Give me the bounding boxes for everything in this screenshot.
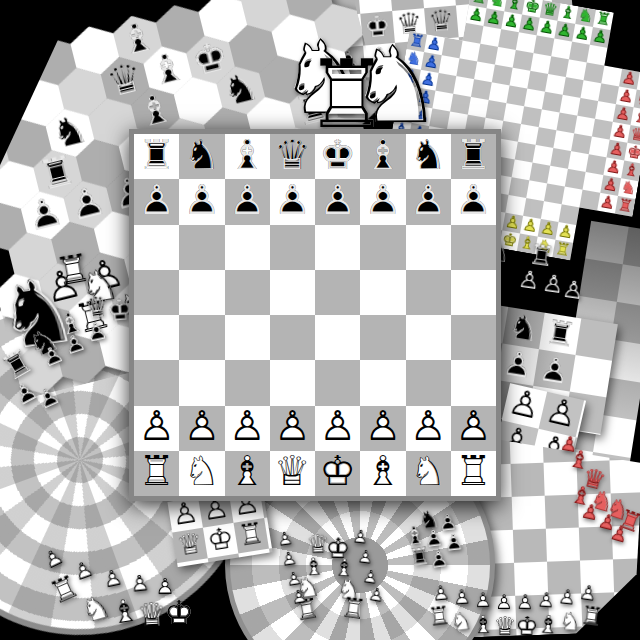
piece-outline-glyph: ♙ — [65, 180, 109, 227]
square-e3[interactable] — [315, 360, 360, 405]
square-c4[interactable] — [225, 315, 270, 360]
square-c7[interactable]: ♟♙ — [225, 179, 270, 224]
decorative-piece-red-r: ♜♖ — [615, 196, 636, 217]
piece-outline-glyph: ♕ — [274, 134, 311, 175]
piece-w-P-b2[interactable]: ♟♙ — [179, 406, 224, 451]
piece-outline-glyph: ♙ — [485, 8, 503, 27]
piece-outline-glyph: ♖ — [236, 518, 266, 551]
piece-w-K-e1[interactable]: ♚♔ — [315, 451, 360, 496]
square-d4[interactable] — [270, 315, 315, 360]
square-b1[interactable]: ♞♘ — [179, 451, 224, 496]
piece-outline-glyph: ♗ — [229, 451, 266, 492]
piece-outline-glyph: ♙ — [522, 216, 540, 235]
square-b3[interactable] — [179, 360, 224, 405]
square-a3[interactable] — [134, 360, 179, 405]
piece-b-B-f8[interactable]: ♝♗ — [360, 134, 405, 179]
piece-b-P-d7[interactable]: ♟♙ — [270, 179, 315, 224]
decorative-piece-b-p: ♟♙ — [533, 349, 575, 391]
piece-outline-glyph: ♙ — [556, 21, 574, 40]
decorative-piece-green-p: ♟♙ — [590, 27, 611, 48]
piece-outline-glyph: ♙ — [504, 213, 522, 232]
square-f8[interactable]: ♝♗ — [360, 134, 405, 179]
piece-outline-glyph: ♖ — [616, 196, 634, 215]
piece-outline-glyph: ♙ — [183, 406, 220, 447]
piece-outline-glyph: ♔ — [319, 134, 356, 175]
square-d5[interactable] — [270, 270, 315, 315]
piece-outline-glyph: ♙ — [319, 180, 356, 221]
piece-outline-glyph: ♖ — [554, 240, 572, 259]
piece-outline-glyph: ♙ — [138, 180, 175, 221]
piece-outline-glyph: ♙ — [557, 222, 575, 241]
piece-outline-glyph: ♗ — [133, 87, 177, 134]
square-d8[interactable]: ♛♕ — [270, 134, 315, 179]
piece-outline-glyph: ♙ — [599, 193, 617, 212]
piece-outline-glyph: ♔ — [363, 12, 391, 43]
square-d3[interactable] — [270, 360, 315, 405]
square-c6[interactable] — [225, 225, 270, 270]
square-e7[interactable]: ♟♙ — [315, 179, 360, 224]
piece-outline-glyph: ♖ — [543, 313, 578, 351]
square-d7[interactable]: ♟♙ — [270, 179, 315, 224]
piece-outline-glyph: ♙ — [538, 18, 556, 37]
square-b4[interactable] — [179, 315, 224, 360]
piece-outline-glyph: ♙ — [319, 406, 356, 447]
piece-w-B-f1[interactable]: ♝♗ — [360, 451, 405, 496]
piece-outline-glyph: ♔ — [501, 230, 519, 249]
piece-outline-glyph: ♙ — [23, 190, 67, 237]
piece-b-P-f7[interactable]: ♟♙ — [360, 179, 405, 224]
piece-outline-glyph: ♘ — [506, 308, 541, 346]
piece-outline-glyph: ♕ — [274, 451, 311, 492]
piece-w-R-h1[interactable]: ♜♖ — [451, 451, 496, 496]
piece-outline-glyph: ♔ — [205, 523, 235, 556]
piece-b-Q-d8[interactable]: ♛♕ — [270, 134, 315, 179]
square-c5[interactable] — [225, 270, 270, 315]
square-h8[interactable]: ♜♖ — [451, 134, 496, 179]
decorative-piece-yellow-r: ♜♖ — [552, 240, 573, 261]
square-g2[interactable]: ♟♙ — [406, 406, 451, 451]
piece-outline-glyph: ♙ — [520, 15, 538, 34]
piece-outline-glyph: ♗ — [364, 451, 401, 492]
piece-outline-glyph: ♕ — [175, 528, 205, 561]
piece-b-P-a7[interactable]: ♟♙ — [134, 179, 179, 224]
piece-outline-glyph: ♘ — [410, 451, 447, 492]
square-g4[interactable] — [406, 315, 451, 360]
decorative-piece-red-p: ♟♙ — [597, 193, 618, 214]
piece-outline-glyph: ♖ — [71, 293, 115, 340]
piece-outline-glyph: ♙ — [410, 180, 447, 221]
piece-w-P-c2[interactable]: ♟♙ — [225, 406, 270, 451]
piece-outline-glyph: ♙ — [467, 5, 485, 24]
square-a4[interactable] — [134, 315, 179, 360]
square-f6[interactable] — [360, 225, 405, 270]
piece-outline-glyph: ♙ — [591, 27, 609, 46]
piece-outline-glyph: ♙ — [410, 406, 447, 447]
piece-outline-glyph: ♙ — [229, 406, 266, 447]
square-e1[interactable]: ♚♔ — [315, 451, 360, 496]
square-e5[interactable] — [315, 270, 360, 315]
square-e8[interactable]: ♚♔ — [315, 134, 360, 179]
piece-outline-glyph: ♙ — [455, 180, 492, 221]
piece-outline-glyph: ♕ — [427, 6, 455, 37]
piece-w-Q-d1[interactable]: ♛♕ — [270, 451, 315, 496]
piece-b-R-a8[interactable]: ♜♖ — [134, 134, 179, 179]
piece-b-R-h8[interactable]: ♜♖ — [451, 134, 496, 179]
piece-outline-glyph: ♙ — [455, 406, 492, 447]
piece-b-N-b8[interactable]: ♞♘ — [179, 134, 224, 179]
square-h5[interactable] — [451, 270, 496, 315]
square-g1[interactable]: ♞♘ — [406, 451, 451, 496]
piece-w-P-d2[interactable]: ♟♙ — [270, 406, 315, 451]
square-a2[interactable]: ♟♙ — [134, 406, 179, 451]
piece-outline-glyph: ♙ — [539, 219, 557, 238]
piece-w-B-c1[interactable]: ♝♗ — [225, 451, 270, 496]
square-b8[interactable]: ♞♘ — [179, 134, 224, 179]
square-h3[interactable] — [451, 360, 496, 405]
piece-outline-glyph: ♘ — [536, 237, 554, 256]
piece-b-P-g7[interactable]: ♟♙ — [406, 179, 451, 224]
piece-outline-glyph: ♗ — [229, 134, 266, 175]
square-a1[interactable]: ♜♖ — [134, 451, 179, 496]
decorative-piece-b-p: ♟♙ — [497, 343, 539, 385]
hex-cell — [0, 42, 37, 101]
square-f7[interactable]: ♟♙ — [360, 179, 405, 224]
square-h7[interactable]: ♟♙ — [451, 179, 496, 224]
square-h2[interactable]: ♟♙ — [451, 406, 496, 451]
piece-w-P-h2[interactable]: ♟♙ — [451, 406, 496, 451]
square-h4[interactable] — [451, 315, 496, 360]
central-chess-board: ♜♖♞♘♝♗♛♕♚♔♝♗♞♘♜♖♟♙♟♙♟♙♟♙♟♙♟♙♟♙♟♙♟♙♟♙♟♙♟♙… — [129, 129, 501, 501]
square-b7[interactable]: ♟♙ — [179, 179, 224, 224]
piece-outline-glyph: ♙ — [364, 406, 401, 447]
square-h6[interactable] — [451, 225, 496, 270]
piece-b-K-e8[interactable]: ♚♔ — [315, 134, 360, 179]
decorative-piece-w-k: ♚♔ — [203, 523, 238, 558]
square-h1[interactable]: ♜♖ — [451, 451, 496, 496]
piece-outline-glyph: ♖ — [455, 451, 492, 492]
piece-b-P-e7[interactable]: ♟♙ — [315, 179, 360, 224]
square-d2[interactable]: ♟♙ — [270, 406, 315, 451]
square-b2[interactable]: ♟♙ — [179, 406, 224, 451]
square-d1[interactable]: ♛♕ — [270, 451, 315, 496]
piece-w-R-a1[interactable]: ♜♖ — [134, 451, 179, 496]
piece-outline-glyph: ♙ — [364, 180, 401, 221]
piece-outline-glyph: ♙ — [274, 180, 311, 221]
square-e6[interactable] — [315, 225, 360, 270]
square-c2[interactable]: ♟♙ — [225, 406, 270, 451]
square-g5[interactable] — [406, 270, 451, 315]
square-g8[interactable]: ♞♘ — [406, 134, 451, 179]
square-f2[interactable]: ♟♙ — [360, 406, 405, 451]
chess-variants-collage: ♛♕♛♕♛♕♚♔♛♕♛♕♟♙♟♙♟♙♟♙♟♙♟♙♟♙♟♙♟♙♟♙♟♙♝♗♛♕♝♗… — [0, 0, 640, 640]
piece-outline-glyph: ♙ — [138, 406, 175, 447]
piece-outline-glyph: ♖ — [455, 134, 492, 175]
piece-outline-glyph: ♘ — [410, 134, 447, 175]
piece-outline-glyph: ♙ — [274, 406, 311, 447]
piece-outline-glyph: ♗ — [518, 234, 536, 253]
piece-b-N-g8[interactable]: ♞♘ — [406, 134, 451, 179]
square-b5[interactable] — [179, 270, 224, 315]
square-b6[interactable] — [179, 225, 224, 270]
square-e2[interactable]: ♟♙ — [315, 406, 360, 451]
square-a5[interactable] — [134, 270, 179, 315]
piece-outline-glyph: ♖ — [138, 134, 175, 175]
square-c3[interactable] — [225, 360, 270, 405]
piece-outline-glyph: ♘ — [218, 65, 262, 112]
square-f3[interactable] — [360, 360, 405, 405]
piece-outline-glyph: ♙ — [229, 180, 266, 221]
square-c8[interactable]: ♝♗ — [225, 134, 270, 179]
piece-b-P-h7[interactable]: ♟♙ — [451, 179, 496, 224]
decorative-piece-w-r: ♜♖ — [234, 518, 269, 553]
piece-b-P-b7[interactable]: ♟♙ — [179, 179, 224, 224]
piece-w-N-g1[interactable]: ♞♘ — [406, 451, 451, 496]
square-c1[interactable]: ♝♗ — [225, 451, 270, 496]
square-e4[interactable] — [315, 315, 360, 360]
square-f4[interactable] — [360, 315, 405, 360]
square-g7[interactable]: ♟♙ — [406, 179, 451, 224]
piece-w-N-b1[interactable]: ♞♘ — [179, 451, 224, 496]
piece-outline-glyph: ♖ — [138, 451, 175, 492]
piece-outline-glyph: ♗ — [364, 134, 401, 175]
piece-outline-glyph: ♘ — [183, 451, 220, 492]
square-a6[interactable] — [134, 225, 179, 270]
piece-outline-glyph: ♙ — [574, 24, 592, 43]
decorative-piece-w-q: ♛♕ — [172, 528, 207, 563]
piece-outline-glyph: ♙ — [500, 344, 535, 382]
piece-w-P-g2[interactable]: ♟♙ — [406, 406, 451, 451]
decorative-piece-yellow-p: ♟♙ — [555, 222, 576, 243]
piece-outline-glyph: ♔ — [319, 451, 356, 492]
square-f1[interactable]: ♝♗ — [360, 451, 405, 496]
piece-w-P-f2[interactable]: ♟♙ — [360, 406, 405, 451]
piece-b-P-c7[interactable]: ♟♙ — [225, 179, 270, 224]
piece-outline-glyph: ♙ — [503, 11, 521, 30]
piece-outline-glyph: ♘ — [183, 134, 220, 175]
piece-b-B-c8[interactable]: ♝♗ — [225, 134, 270, 179]
square-f5[interactable] — [360, 270, 405, 315]
piece-w-P-e2[interactable]: ♟♙ — [315, 406, 360, 451]
square-a7[interactable]: ♟♙ — [134, 179, 179, 224]
square-a8[interactable]: ♜♖ — [134, 134, 179, 179]
square-g3[interactable] — [406, 360, 451, 405]
square-d6[interactable] — [270, 225, 315, 270]
piece-outline-glyph: ♙ — [183, 180, 220, 221]
piece-w-P-a2[interactable]: ♟♙ — [134, 406, 179, 451]
piece-outline-glyph: ♙ — [537, 350, 572, 388]
square-g6[interactable] — [406, 225, 451, 270]
